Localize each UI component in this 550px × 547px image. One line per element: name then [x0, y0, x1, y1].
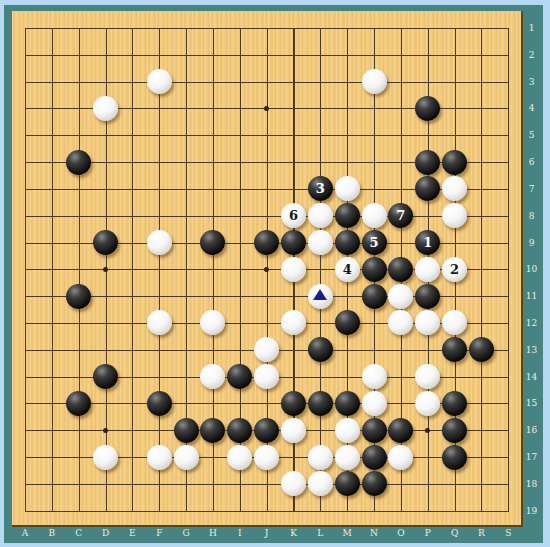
intersection-S14[interactable] [495, 363, 522, 390]
intersection-L16[interactable] [307, 417, 334, 444]
intersection-H4[interactable] [200, 95, 227, 122]
intersection-G17[interactable] [173, 444, 200, 471]
intersection-Q14[interactable] [441, 363, 468, 390]
intersection-A12[interactable] [12, 310, 39, 337]
intersection-P1[interactable] [414, 15, 441, 42]
intersection-O2[interactable] [387, 41, 414, 68]
intersection-I7[interactable] [226, 175, 253, 202]
intersection-J10[interactable] [253, 256, 280, 283]
intersection-O12[interactable] [387, 310, 414, 337]
intersection-I12[interactable] [226, 310, 253, 337]
intersection-J3[interactable] [253, 68, 280, 95]
intersection-F12[interactable] [146, 310, 173, 337]
intersection-S11[interactable] [495, 283, 522, 310]
intersection-Q16[interactable] [441, 417, 468, 444]
intersection-E13[interactable] [119, 336, 146, 363]
intersection-K12[interactable] [280, 310, 307, 337]
intersection-A13[interactable] [12, 336, 39, 363]
intersection-M14[interactable] [334, 363, 361, 390]
intersection-Q3[interactable] [441, 68, 468, 95]
intersection-P13[interactable] [414, 336, 441, 363]
intersection-N16[interactable] [361, 417, 388, 444]
intersection-I19[interactable] [226, 497, 253, 524]
intersection-A3[interactable] [12, 68, 39, 95]
intersection-A18[interactable] [12, 470, 39, 497]
intersection-D8[interactable] [92, 202, 119, 229]
intersection-D2[interactable] [92, 41, 119, 68]
intersection-G19[interactable] [173, 497, 200, 524]
intersection-A19[interactable] [12, 497, 39, 524]
intersection-E15[interactable] [119, 390, 146, 417]
intersection-O10[interactable] [387, 256, 414, 283]
intersection-B7[interactable] [38, 175, 65, 202]
intersection-H8[interactable] [200, 202, 227, 229]
intersection-N4[interactable] [361, 95, 388, 122]
intersection-H10[interactable] [200, 256, 227, 283]
intersection-Q13[interactable] [441, 336, 468, 363]
intersection-N10[interactable] [361, 256, 388, 283]
intersection-E3[interactable] [119, 68, 146, 95]
intersection-F15[interactable] [146, 390, 173, 417]
intersection-S12[interactable] [495, 310, 522, 337]
intersection-B5[interactable] [38, 122, 65, 149]
intersection-Q5[interactable] [441, 122, 468, 149]
intersection-G12[interactable] [173, 310, 200, 337]
intersection-F19[interactable] [146, 497, 173, 524]
intersection-D15[interactable] [92, 390, 119, 417]
intersection-F4[interactable] [146, 95, 173, 122]
intersection-C17[interactable] [65, 444, 92, 471]
intersection-P6[interactable] [414, 149, 441, 176]
intersection-J9[interactable] [253, 229, 280, 256]
intersection-B1[interactable] [38, 15, 65, 42]
intersection-F16[interactable] [146, 417, 173, 444]
intersection-B17[interactable] [38, 444, 65, 471]
intersection-E19[interactable] [119, 497, 146, 524]
intersection-L12[interactable] [307, 310, 334, 337]
intersection-N11[interactable] [361, 283, 388, 310]
intersection-E2[interactable] [119, 41, 146, 68]
intersection-B19[interactable] [38, 497, 65, 524]
intersection-R2[interactable] [468, 41, 495, 68]
intersection-N1[interactable] [361, 15, 388, 42]
intersection-R3[interactable] [468, 68, 495, 95]
intersection-H12[interactable] [200, 310, 227, 337]
intersection-F14[interactable] [146, 363, 173, 390]
intersection-I9[interactable] [226, 229, 253, 256]
intersection-O13[interactable] [387, 336, 414, 363]
intersection-Q18[interactable] [441, 470, 468, 497]
intersection-M16[interactable] [334, 417, 361, 444]
intersection-B9[interactable] [38, 229, 65, 256]
intersection-I15[interactable] [226, 390, 253, 417]
intersection-G16[interactable] [173, 417, 200, 444]
intersection-G7[interactable] [173, 175, 200, 202]
intersection-D4[interactable] [92, 95, 119, 122]
intersection-N9[interactable]: 5 [361, 229, 388, 256]
intersection-M10[interactable]: 4 [334, 256, 361, 283]
intersection-J17[interactable] [253, 444, 280, 471]
intersection-A4[interactable] [12, 95, 39, 122]
intersection-L14[interactable] [307, 363, 334, 390]
intersection-M11[interactable] [334, 283, 361, 310]
intersection-A5[interactable] [12, 122, 39, 149]
intersection-G18[interactable] [173, 470, 200, 497]
intersection-R10[interactable] [468, 256, 495, 283]
intersection-L2[interactable] [307, 41, 334, 68]
intersection-H15[interactable] [200, 390, 227, 417]
intersection-Q1[interactable] [441, 15, 468, 42]
intersection-F8[interactable] [146, 202, 173, 229]
intersection-I2[interactable] [226, 41, 253, 68]
intersection-B12[interactable] [38, 310, 65, 337]
intersection-H13[interactable] [200, 336, 227, 363]
intersection-M15[interactable] [334, 390, 361, 417]
intersection-E9[interactable] [119, 229, 146, 256]
intersection-M4[interactable] [334, 95, 361, 122]
intersection-N13[interactable] [361, 336, 388, 363]
intersection-J4[interactable] [253, 95, 280, 122]
intersection-E8[interactable] [119, 202, 146, 229]
intersection-O9[interactable] [387, 229, 414, 256]
intersection-L11[interactable] [307, 283, 334, 310]
intersection-I13[interactable] [226, 336, 253, 363]
intersection-H9[interactable] [200, 229, 227, 256]
intersection-R12[interactable] [468, 310, 495, 337]
intersection-K18[interactable] [280, 470, 307, 497]
intersection-P19[interactable] [414, 497, 441, 524]
intersection-K7[interactable] [280, 175, 307, 202]
intersection-R16[interactable] [468, 417, 495, 444]
intersection-M9[interactable] [334, 229, 361, 256]
intersection-G5[interactable] [173, 122, 200, 149]
intersection-D3[interactable] [92, 68, 119, 95]
intersection-I16[interactable] [226, 417, 253, 444]
intersection-H2[interactable] [200, 41, 227, 68]
intersection-F6[interactable] [146, 149, 173, 176]
intersection-D13[interactable] [92, 336, 119, 363]
intersection-J8[interactable] [253, 202, 280, 229]
intersection-P14[interactable] [414, 363, 441, 390]
intersection-H7[interactable] [200, 175, 227, 202]
intersection-C11[interactable] [65, 283, 92, 310]
intersection-M5[interactable] [334, 122, 361, 149]
intersection-K5[interactable] [280, 122, 307, 149]
intersection-L7[interactable]: 3 [307, 175, 334, 202]
intersection-G1[interactable] [173, 15, 200, 42]
intersection-N18[interactable] [361, 470, 388, 497]
intersection-H19[interactable] [200, 497, 227, 524]
intersection-Q19[interactable] [441, 497, 468, 524]
intersection-K10[interactable] [280, 256, 307, 283]
intersection-D18[interactable] [92, 470, 119, 497]
intersection-K6[interactable] [280, 149, 307, 176]
intersection-K3[interactable] [280, 68, 307, 95]
intersection-C7[interactable] [65, 175, 92, 202]
intersection-S15[interactable] [495, 390, 522, 417]
intersection-S13[interactable] [495, 336, 522, 363]
intersection-A15[interactable] [12, 390, 39, 417]
intersection-L17[interactable] [307, 444, 334, 471]
intersection-K14[interactable] [280, 363, 307, 390]
intersection-S2[interactable] [495, 41, 522, 68]
intersection-P8[interactable] [414, 202, 441, 229]
intersection-R13[interactable] [468, 336, 495, 363]
intersection-L10[interactable] [307, 256, 334, 283]
intersection-Q15[interactable] [441, 390, 468, 417]
intersection-A16[interactable] [12, 417, 39, 444]
intersection-O19[interactable] [387, 497, 414, 524]
intersection-N12[interactable] [361, 310, 388, 337]
intersection-L4[interactable] [307, 95, 334, 122]
intersection-D9[interactable] [92, 229, 119, 256]
intersection-G6[interactable] [173, 149, 200, 176]
intersection-Q8[interactable] [441, 202, 468, 229]
intersection-P12[interactable] [414, 310, 441, 337]
intersection-B16[interactable] [38, 417, 65, 444]
intersection-G15[interactable] [173, 390, 200, 417]
intersection-P7[interactable] [414, 175, 441, 202]
intersection-K19[interactable] [280, 497, 307, 524]
intersection-L3[interactable] [307, 68, 334, 95]
intersection-N14[interactable] [361, 363, 388, 390]
intersection-Q6[interactable] [441, 149, 468, 176]
intersection-C16[interactable] [65, 417, 92, 444]
intersection-O6[interactable] [387, 149, 414, 176]
intersection-H18[interactable] [200, 470, 227, 497]
intersection-P17[interactable] [414, 444, 441, 471]
intersection-R7[interactable] [468, 175, 495, 202]
intersection-K16[interactable] [280, 417, 307, 444]
intersection-G2[interactable] [173, 41, 200, 68]
intersection-N19[interactable] [361, 497, 388, 524]
intersection-O7[interactable] [387, 175, 414, 202]
intersection-I18[interactable] [226, 470, 253, 497]
intersection-J14[interactable] [253, 363, 280, 390]
intersection-G8[interactable] [173, 202, 200, 229]
intersection-P11[interactable] [414, 283, 441, 310]
intersection-S5[interactable] [495, 122, 522, 149]
intersection-C4[interactable] [65, 95, 92, 122]
intersection-O14[interactable] [387, 363, 414, 390]
intersection-S4[interactable] [495, 95, 522, 122]
intersection-E12[interactable] [119, 310, 146, 337]
intersection-I6[interactable] [226, 149, 253, 176]
intersection-L19[interactable] [307, 497, 334, 524]
intersection-H17[interactable] [200, 444, 227, 471]
intersection-R11[interactable] [468, 283, 495, 310]
intersection-M1[interactable] [334, 15, 361, 42]
intersection-H11[interactable] [200, 283, 227, 310]
intersection-C18[interactable] [65, 470, 92, 497]
intersection-K13[interactable] [280, 336, 307, 363]
intersection-N6[interactable] [361, 149, 388, 176]
intersection-C14[interactable] [65, 363, 92, 390]
intersection-A7[interactable] [12, 175, 39, 202]
intersection-B11[interactable] [38, 283, 65, 310]
intersection-D16[interactable] [92, 417, 119, 444]
intersection-O11[interactable] [387, 283, 414, 310]
intersection-D11[interactable] [92, 283, 119, 310]
intersection-C8[interactable] [65, 202, 92, 229]
intersection-L13[interactable] [307, 336, 334, 363]
intersection-J11[interactable] [253, 283, 280, 310]
intersection-J1[interactable] [253, 15, 280, 42]
intersection-I1[interactable] [226, 15, 253, 42]
intersection-E16[interactable] [119, 417, 146, 444]
intersection-P9[interactable]: 1 [414, 229, 441, 256]
intersection-M17[interactable] [334, 444, 361, 471]
intersection-O15[interactable] [387, 390, 414, 417]
intersection-B3[interactable] [38, 68, 65, 95]
intersection-Q9[interactable] [441, 229, 468, 256]
intersection-K2[interactable] [280, 41, 307, 68]
intersection-L1[interactable] [307, 15, 334, 42]
intersection-K4[interactable] [280, 95, 307, 122]
intersection-S3[interactable] [495, 68, 522, 95]
intersection-R8[interactable] [468, 202, 495, 229]
intersection-E5[interactable] [119, 122, 146, 149]
intersection-K15[interactable] [280, 390, 307, 417]
intersection-Q2[interactable] [441, 41, 468, 68]
intersection-Q11[interactable] [441, 283, 468, 310]
intersection-S16[interactable] [495, 417, 522, 444]
intersection-A11[interactable] [12, 283, 39, 310]
intersection-B15[interactable] [38, 390, 65, 417]
intersection-H5[interactable] [200, 122, 227, 149]
intersection-J6[interactable] [253, 149, 280, 176]
intersection-S19[interactable] [495, 497, 522, 524]
intersection-K1[interactable] [280, 15, 307, 42]
intersection-C5[interactable] [65, 122, 92, 149]
intersection-H14[interactable] [200, 363, 227, 390]
intersection-S10[interactable] [495, 256, 522, 283]
intersection-O17[interactable] [387, 444, 414, 471]
intersection-C6[interactable] [65, 149, 92, 176]
intersection-I4[interactable] [226, 95, 253, 122]
intersection-L9[interactable] [307, 229, 334, 256]
intersection-R14[interactable] [468, 363, 495, 390]
intersection-A6[interactable] [12, 149, 39, 176]
intersection-F18[interactable] [146, 470, 173, 497]
intersection-R19[interactable] [468, 497, 495, 524]
intersection-P5[interactable] [414, 122, 441, 149]
intersection-Q7[interactable] [441, 175, 468, 202]
intersection-M8[interactable] [334, 202, 361, 229]
intersection-G4[interactable] [173, 95, 200, 122]
intersection-F13[interactable] [146, 336, 173, 363]
intersection-G3[interactable] [173, 68, 200, 95]
intersection-G14[interactable] [173, 363, 200, 390]
intersection-B8[interactable] [38, 202, 65, 229]
intersection-P18[interactable] [414, 470, 441, 497]
intersection-F7[interactable] [146, 175, 173, 202]
intersection-E4[interactable] [119, 95, 146, 122]
intersection-M3[interactable] [334, 68, 361, 95]
intersection-L8[interactable] [307, 202, 334, 229]
intersection-N7[interactable] [361, 175, 388, 202]
intersection-F10[interactable] [146, 256, 173, 283]
intersection-O5[interactable] [387, 122, 414, 149]
intersection-A2[interactable] [12, 41, 39, 68]
intersection-J2[interactable] [253, 41, 280, 68]
intersection-H16[interactable] [200, 417, 227, 444]
intersection-R4[interactable] [468, 95, 495, 122]
intersection-E14[interactable] [119, 363, 146, 390]
intersection-K8[interactable]: 6 [280, 202, 307, 229]
intersection-B13[interactable] [38, 336, 65, 363]
intersection-B4[interactable] [38, 95, 65, 122]
intersection-K17[interactable] [280, 444, 307, 471]
intersection-O1[interactable] [387, 15, 414, 42]
intersection-I5[interactable] [226, 122, 253, 149]
intersection-B10[interactable] [38, 256, 65, 283]
intersection-M18[interactable] [334, 470, 361, 497]
intersection-G13[interactable] [173, 336, 200, 363]
intersection-A9[interactable] [12, 229, 39, 256]
intersection-P15[interactable] [414, 390, 441, 417]
intersection-F9[interactable] [146, 229, 173, 256]
intersection-C19[interactable] [65, 497, 92, 524]
intersection-R18[interactable] [468, 470, 495, 497]
intersection-L5[interactable] [307, 122, 334, 149]
intersection-R17[interactable] [468, 444, 495, 471]
intersection-C12[interactable] [65, 310, 92, 337]
intersection-F5[interactable] [146, 122, 173, 149]
intersection-I11[interactable] [226, 283, 253, 310]
intersection-S7[interactable] [495, 175, 522, 202]
intersection-H6[interactable] [200, 149, 227, 176]
intersection-L15[interactable] [307, 390, 334, 417]
intersection-S17[interactable] [495, 444, 522, 471]
intersection-I10[interactable] [226, 256, 253, 283]
intersection-Q4[interactable] [441, 95, 468, 122]
intersection-C1[interactable] [65, 15, 92, 42]
intersection-Q17[interactable] [441, 444, 468, 471]
intersection-C10[interactable] [65, 256, 92, 283]
intersection-O3[interactable] [387, 68, 414, 95]
intersection-H1[interactable] [200, 15, 227, 42]
intersection-K9[interactable] [280, 229, 307, 256]
intersection-C15[interactable] [65, 390, 92, 417]
intersection-G11[interactable] [173, 283, 200, 310]
intersection-F1[interactable] [146, 15, 173, 42]
intersection-F11[interactable] [146, 283, 173, 310]
intersection-E7[interactable] [119, 175, 146, 202]
intersection-B2[interactable] [38, 41, 65, 68]
intersection-E17[interactable] [119, 444, 146, 471]
intersection-C9[interactable] [65, 229, 92, 256]
intersection-O16[interactable] [387, 417, 414, 444]
intersection-L6[interactable] [307, 149, 334, 176]
intersection-P16[interactable] [414, 417, 441, 444]
intersection-Q12[interactable] [441, 310, 468, 337]
intersection-E10[interactable] [119, 256, 146, 283]
intersection-S18[interactable] [495, 470, 522, 497]
intersection-K11[interactable] [280, 283, 307, 310]
intersection-G9[interactable] [173, 229, 200, 256]
intersection-M19[interactable] [334, 497, 361, 524]
intersection-B18[interactable] [38, 470, 65, 497]
intersection-J16[interactable] [253, 417, 280, 444]
intersection-J7[interactable] [253, 175, 280, 202]
intersection-A8[interactable] [12, 202, 39, 229]
intersection-J13[interactable] [253, 336, 280, 363]
intersection-N15[interactable] [361, 390, 388, 417]
intersection-M2[interactable] [334, 41, 361, 68]
intersection-I8[interactable] [226, 202, 253, 229]
intersection-D14[interactable] [92, 363, 119, 390]
